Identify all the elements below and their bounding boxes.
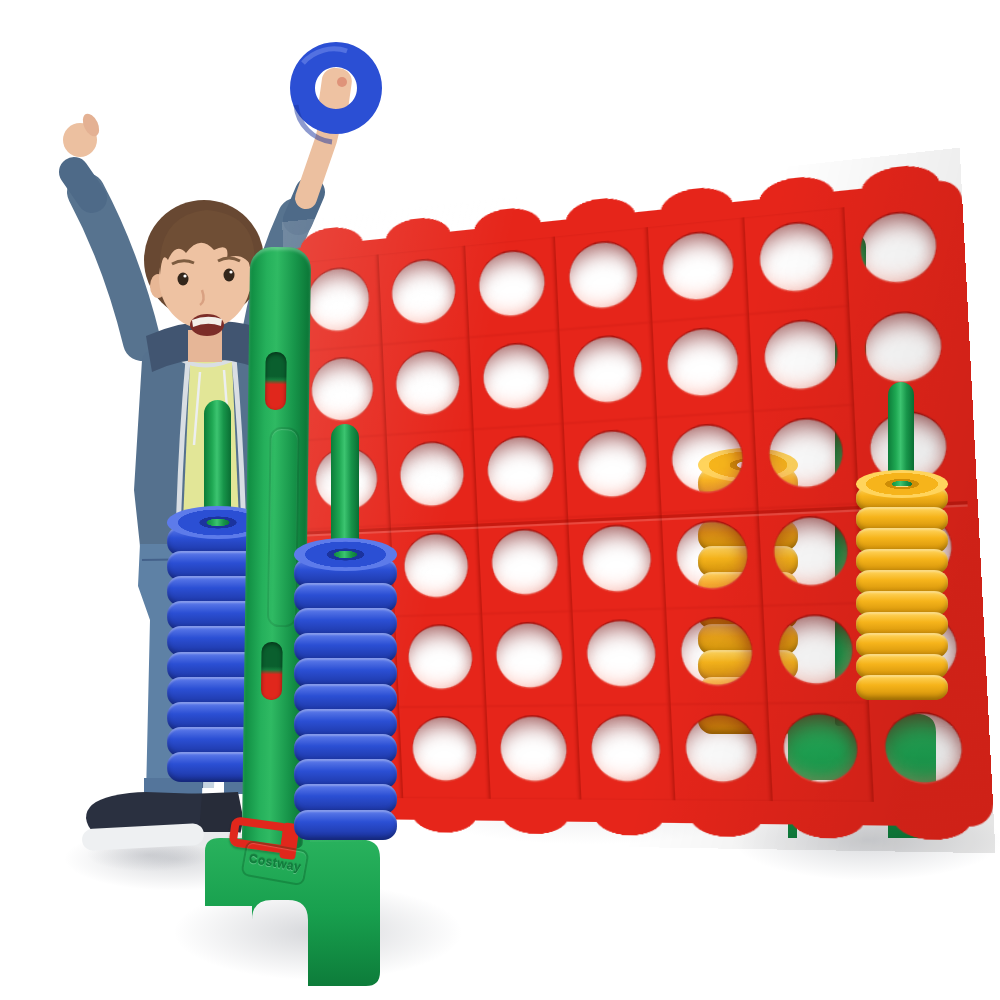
board-hole	[394, 348, 461, 418]
board-hole	[567, 238, 639, 312]
board-cell	[383, 337, 474, 435]
board-cell	[671, 703, 773, 801]
board-hole	[767, 415, 845, 490]
board-cell	[555, 227, 653, 330]
board-hole	[403, 531, 470, 599]
board-cell	[391, 522, 482, 617]
board-hole	[310, 355, 375, 424]
board-cell	[482, 611, 577, 706]
fingertip	[337, 77, 347, 87]
board-cell	[662, 508, 764, 608]
eye	[178, 273, 189, 286]
board-cell	[744, 207, 849, 314]
board-hole	[883, 712, 964, 785]
board-hole	[390, 256, 457, 327]
board-hole	[670, 422, 745, 495]
board-cell	[474, 424, 568, 522]
board-hole	[858, 208, 938, 287]
board-hole	[675, 519, 750, 591]
board-hole	[572, 333, 644, 406]
board-hole	[782, 712, 860, 783]
board-hole	[306, 265, 371, 335]
left-sleeve	[86, 192, 142, 342]
board-cell	[387, 429, 478, 525]
board-cell	[564, 417, 662, 517]
board-hole	[684, 713, 759, 783]
board-hole	[758, 218, 835, 295]
yellow-ring	[856, 675, 948, 700]
board-hole	[590, 714, 663, 783]
board-hole	[481, 340, 551, 412]
blue-ring	[294, 810, 397, 840]
board-hole	[863, 308, 943, 386]
board-hole	[665, 325, 740, 399]
board-cell	[478, 517, 573, 613]
board-cell	[869, 701, 979, 802]
ring-stack-top	[294, 538, 397, 571]
board-hole	[499, 715, 569, 783]
board-cell	[469, 330, 563, 429]
board-hole	[490, 527, 560, 596]
board-hole	[407, 623, 474, 690]
board-cell	[487, 705, 582, 799]
board-hole	[581, 523, 653, 594]
board-hole	[772, 514, 850, 588]
ring-stack-top	[856, 470, 948, 498]
eye	[224, 269, 235, 282]
board-hole	[398, 439, 465, 508]
board-hole	[494, 621, 564, 689]
board-cell	[754, 405, 859, 509]
ring-stack-yellow-front	[856, 470, 948, 700]
board-cell	[763, 603, 869, 703]
board-cell	[573, 609, 671, 706]
board-cell	[465, 236, 559, 337]
board-hole	[576, 428, 648, 500]
left-cuff	[74, 172, 92, 198]
board-hole	[477, 247, 546, 320]
board-cell	[568, 513, 666, 611]
board-cell	[749, 306, 854, 411]
slide-slot-red-latch	[261, 642, 283, 700]
slide-slot-red-latch	[265, 352, 287, 410]
board-cell	[379, 246, 470, 345]
eye-glint	[183, 274, 186, 277]
board-hole	[585, 619, 657, 689]
board-cell	[577, 704, 675, 800]
board-hole	[661, 228, 736, 304]
brand-logo-text: Costway	[248, 852, 302, 875]
board-cell	[666, 606, 768, 705]
board-cell	[652, 314, 753, 417]
board-cell	[399, 706, 491, 799]
board-cell	[844, 197, 953, 306]
board-cell	[657, 411, 758, 513]
board-hole	[762, 317, 839, 393]
board-hole	[411, 716, 479, 782]
eye-glint	[229, 270, 232, 273]
board-cell	[648, 217, 749, 322]
product-photo-scene: Costway	[0, 0, 1000, 1000]
board-cell	[759, 504, 864, 606]
board-cell	[559, 322, 657, 423]
board-hole	[486, 434, 556, 505]
board-hole	[679, 616, 754, 687]
board-cell	[768, 702, 874, 802]
board-hole	[777, 613, 855, 685]
board-cell	[395, 614, 487, 707]
ring-stack-blue-front	[294, 538, 397, 840]
